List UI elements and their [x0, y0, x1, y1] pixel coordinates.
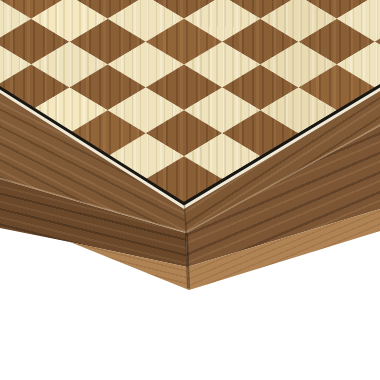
- chessboard-photo: [0, 0, 380, 380]
